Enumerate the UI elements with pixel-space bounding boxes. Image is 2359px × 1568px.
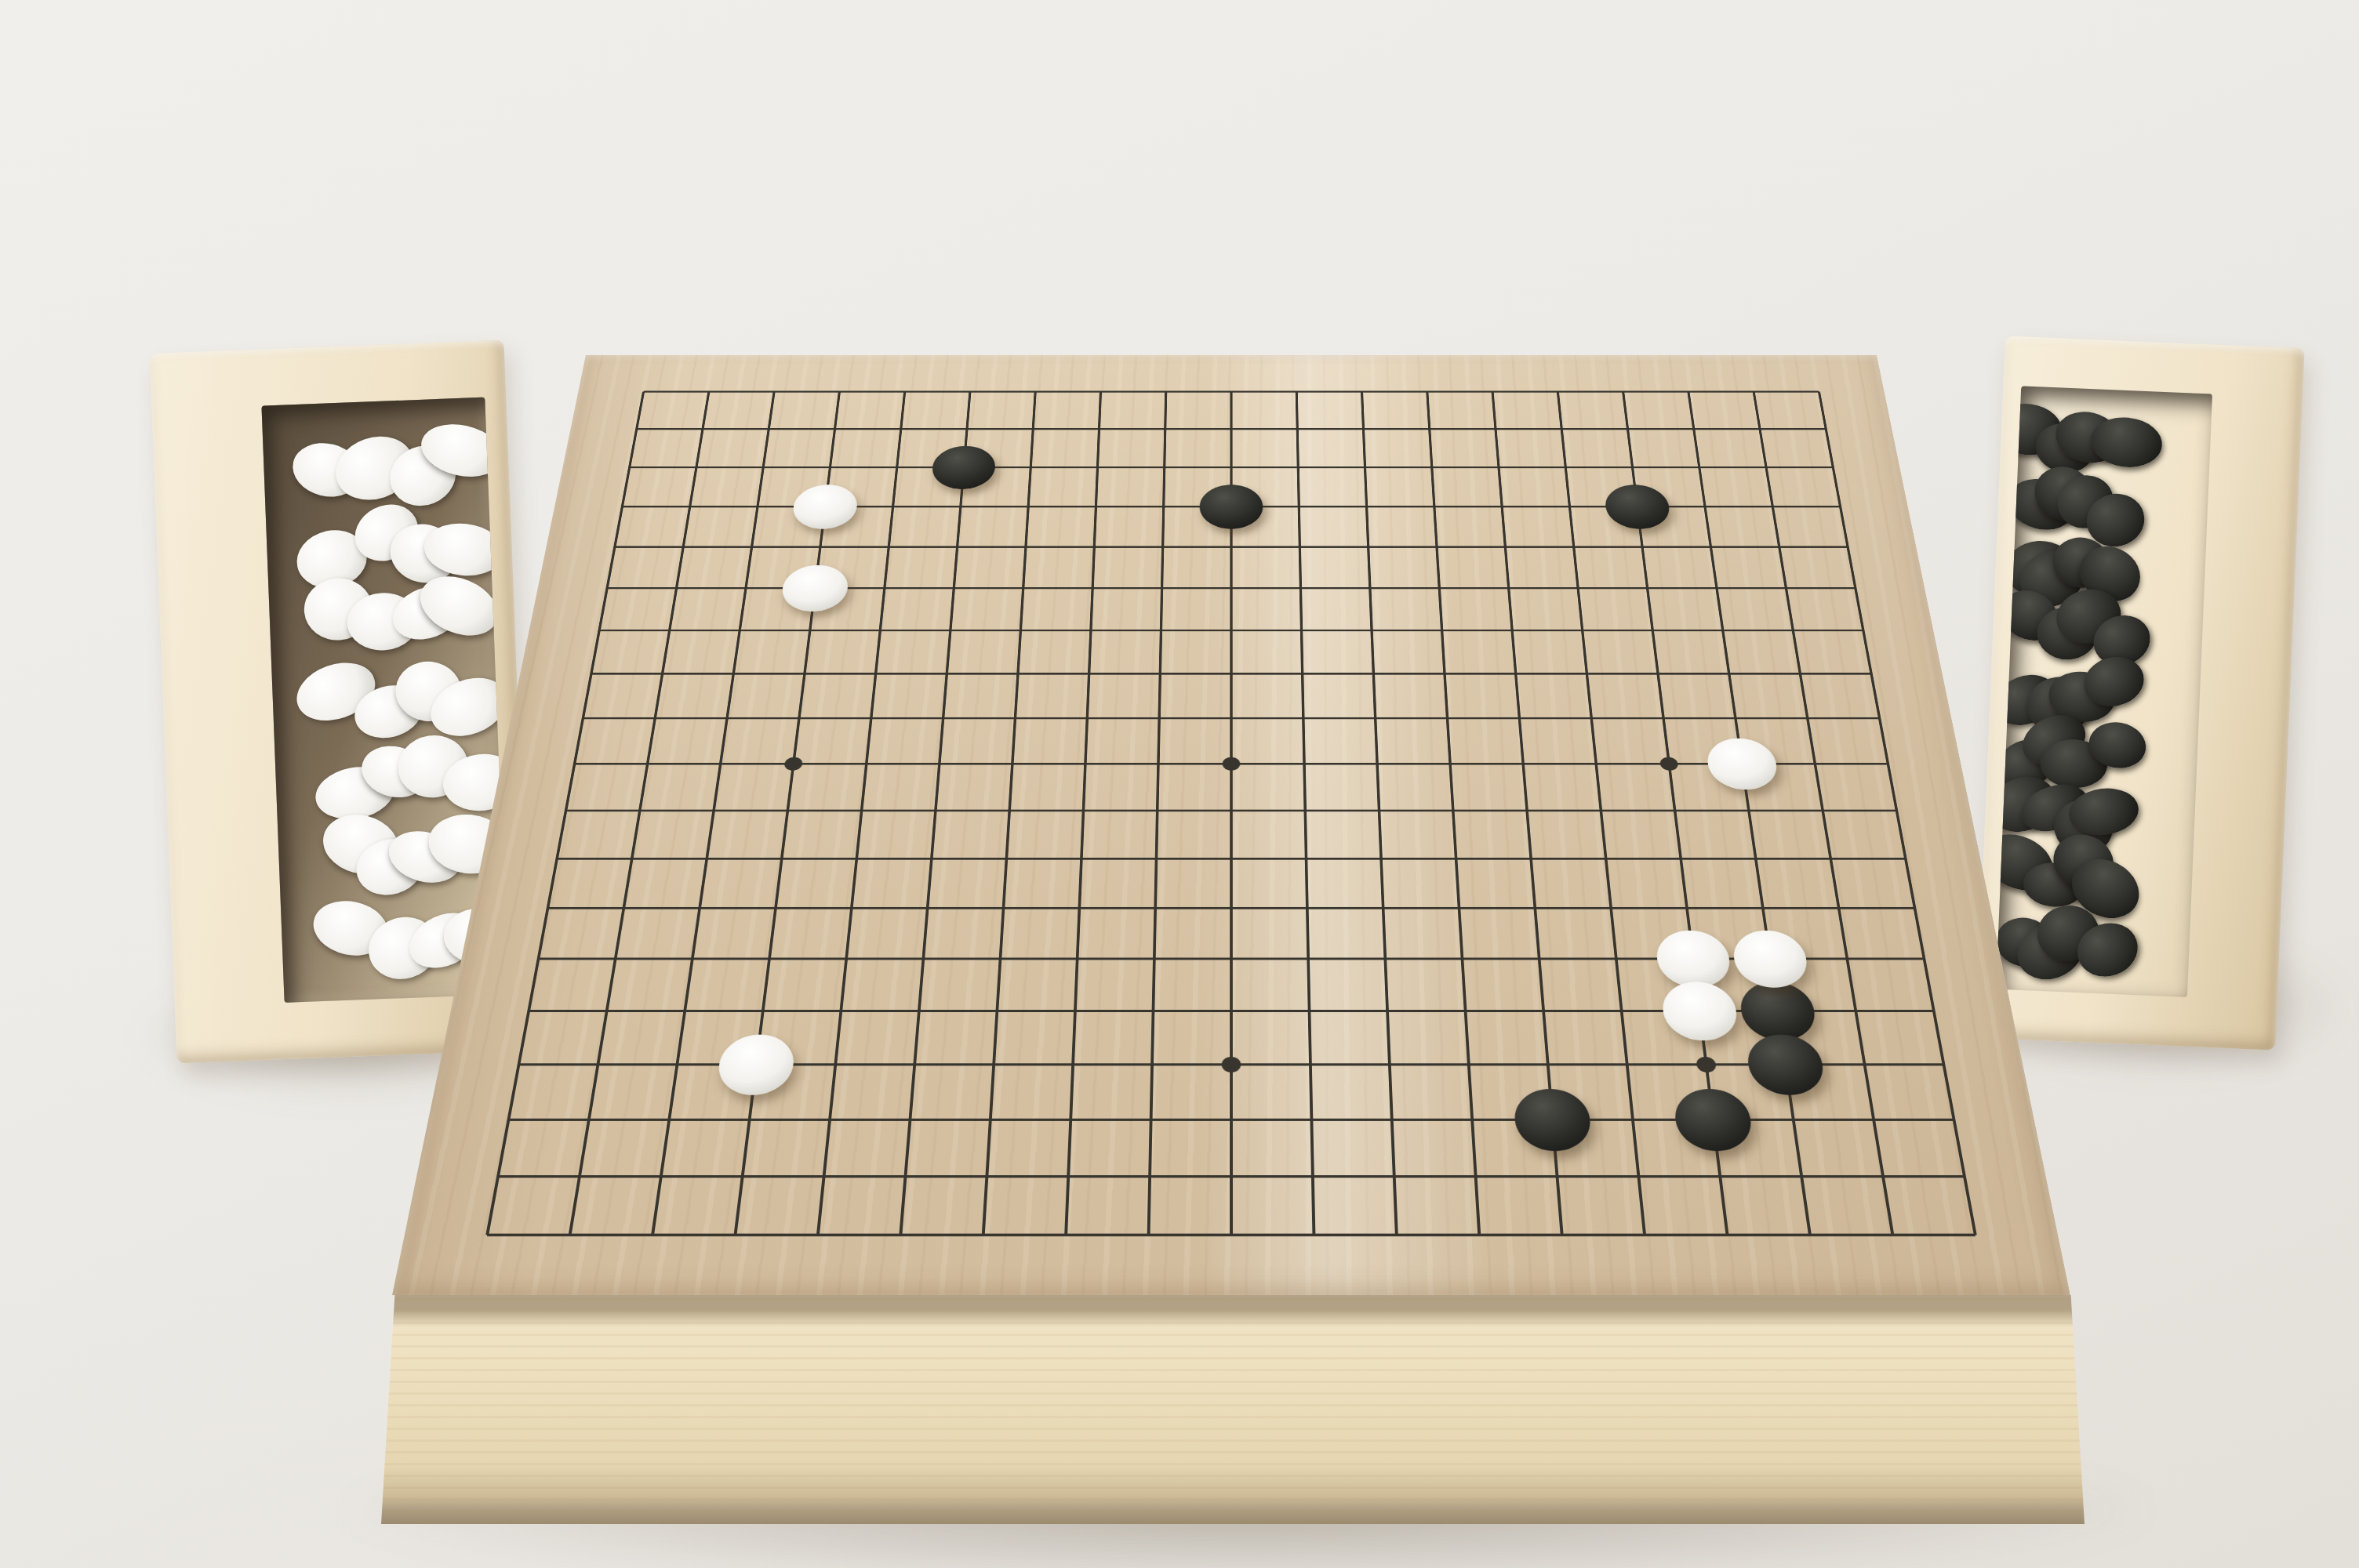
star-point [783,757,803,771]
star-point [1222,1057,1241,1073]
star-point [1659,757,1679,771]
go-board[interactable] [392,355,2070,1295]
board-front-face [381,1295,2085,1524]
go-board-assembly [0,0,2359,1568]
stone-black-K16[interactable] [1199,485,1263,528]
star-point [1223,757,1241,771]
photo-backdrop [0,0,2359,1568]
star-point [1696,1057,1717,1073]
